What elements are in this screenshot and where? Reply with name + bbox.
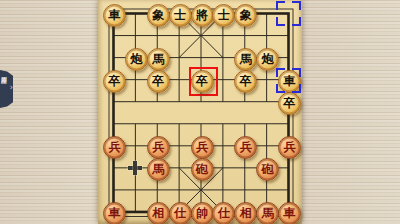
piece-black-horse[interactable]: 馬 [147,48,170,71]
board-grid [98,0,302,224]
selection-blue-brackets [276,1,301,26]
selection-blue-brackets [276,68,301,93]
sidebar-tab[interactable]: 应用推荐 › [0,70,13,108]
piece-red-horse[interactable]: 馬 [256,202,279,224]
piece-black-cannon[interactable]: 炮 [125,48,148,71]
piece-black-soldier[interactable]: 卒 [191,70,214,93]
piece-red-chariot[interactable]: 車 [278,202,301,224]
cross-marker [128,161,142,175]
piece-red-general[interactable]: 帥 [191,202,214,224]
chevron-right-icon: › [10,84,13,92]
piece-red-horse[interactable]: 馬 [147,158,170,181]
piece-red-cannon[interactable]: 砲 [191,158,214,181]
piece-red-advisor[interactable]: 仕 [212,202,235,224]
piece-black-general[interactable]: 將 [191,4,214,27]
piece-black-advisor[interactable]: 士 [169,4,192,27]
xiangqi-board[interactable]: 車象士將士象炮馬馬炮卒卒卒卒車卒兵兵兵兵兵馬砲砲車相仕帥仕相馬車 [98,0,302,224]
piece-black-soldier[interactable]: 卒 [147,70,170,93]
piece-red-elephant[interactable]: 相 [234,202,257,224]
piece-black-chariot[interactable]: 車 [103,4,126,27]
sidebar-tab-label: 应用推荐 [1,72,8,106]
piece-red-elephant[interactable]: 相 [147,202,170,224]
piece-red-advisor[interactable]: 仕 [169,202,192,224]
piece-red-chariot[interactable]: 車 [103,202,126,224]
piece-red-soldier[interactable]: 兵 [191,136,214,159]
piece-red-soldier[interactable]: 兵 [147,136,170,159]
app-window: 应用推荐 › 車象士將士象炮馬馬炮卒卒卒卒車卒兵兵兵兵兵馬砲砲車相仕帥仕相馬車 [0,0,400,224]
piece-black-soldier[interactable]: 卒 [103,70,126,93]
piece-black-elephant[interactable]: 象 [147,4,170,27]
